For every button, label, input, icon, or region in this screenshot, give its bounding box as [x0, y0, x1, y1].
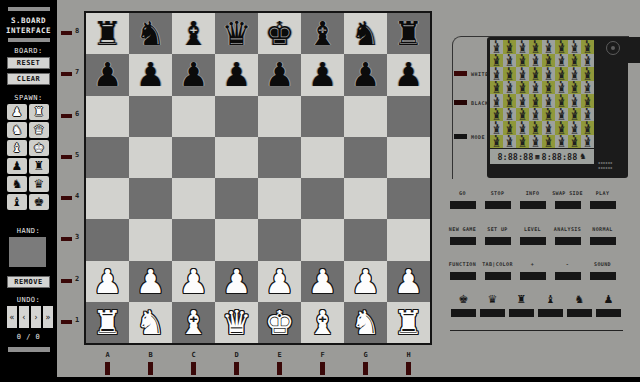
square-a6[interactable]: [86, 96, 129, 137]
black-rook: ♜: [93, 17, 123, 50]
sidebar-top-rule: [8, 7, 50, 11]
knight-button[interactable]: [567, 309, 592, 317]
lcd-cell: ▚♜: [568, 121, 581, 135]
square-b4[interactable]: [129, 178, 172, 219]
square-f8[interactable]: ♝: [301, 13, 344, 54]
white-rook: ♜: [394, 306, 424, 339]
white-pawn: ♟: [394, 265, 424, 298]
file-label-b: B: [129, 351, 172, 359]
square-f4[interactable]: [301, 178, 344, 219]
lcd-cell: ▚♜: [568, 67, 581, 81]
file-label-d: D: [215, 351, 258, 359]
white-pawn: ♟: [222, 265, 252, 298]
file-label-a: A: [86, 351, 129, 359]
square-b3[interactable]: [129, 219, 172, 260]
square-e8[interactable]: ♚: [258, 13, 301, 54]
white-pawn: ♟: [93, 265, 123, 298]
device-button-group-new-game: NEW GAME: [445, 226, 480, 245]
reset-button[interactable]: RESET: [7, 57, 50, 69]
lcd-cell: ▚♜: [581, 135, 594, 149]
file-label-c: C: [172, 351, 215, 359]
device-button-group-go: GO: [445, 190, 480, 209]
square-d8[interactable]: ♛: [215, 13, 258, 54]
lcd-cell: ▚♜: [516, 81, 529, 95]
lcd-cell: ▚♜: [516, 108, 529, 122]
lcd-cell: ▚♜: [516, 67, 529, 81]
button-label-set-up: SET UP: [487, 226, 507, 234]
rank-label-6: 6: [75, 110, 79, 118]
file-tick: [277, 362, 282, 375]
square-b6[interactable]: [129, 96, 172, 137]
lcd-cell: ▚♜: [490, 94, 503, 108]
white-pawn: ♟: [179, 265, 209, 298]
square-g7[interactable]: ♟: [344, 54, 387, 95]
spawn-black-rook-button[interactable]: ♜: [29, 158, 49, 174]
lcd-cell: ▚♜: [568, 40, 581, 54]
square-c3[interactable]: [172, 219, 215, 260]
chess-board: ♜♞♝♛♚♝♞♜♟♟♟♟♟♟♟♟♟♟♟♟♟♟♟♟♜♞♝♛♚♝♞♜: [84, 11, 432, 345]
bottom-strip: [0, 377, 640, 382]
white-pawn: ♟: [265, 265, 295, 298]
black-pawn: ♟: [93, 58, 123, 91]
hand-slot[interactable]: [9, 237, 46, 267]
lcd-cell: ▚♜: [490, 67, 503, 81]
square-f6[interactable]: [301, 96, 344, 137]
square-c1[interactable]: ♝: [172, 302, 215, 343]
square-h1[interactable]: ♜: [387, 302, 430, 343]
lcd-cell: ▚♜: [503, 135, 516, 149]
function-button[interactable]: [450, 272, 476, 280]
square-a4[interactable]: [86, 178, 129, 219]
device-button-group-info: INFO: [515, 190, 550, 209]
device-button-group-analysis: ANALYSIS: [550, 226, 585, 245]
rank-label-3: 3: [75, 233, 79, 241]
white-queen-icon: ♛: [34, 124, 45, 136]
device-button-group-minus: -: [550, 261, 585, 280]
lcd-cell: ▚♜: [542, 67, 555, 81]
lcd-cell: ▚♜: [581, 54, 594, 68]
square-d5[interactable]: [215, 137, 258, 178]
black-led: [454, 100, 467, 105]
spawn-white-knight-button[interactable]: ♞: [7, 122, 27, 138]
white-king-icon: ♚: [34, 142, 45, 154]
remove-button[interactable]: REMOVE: [7, 276, 50, 288]
device-button-group-sound: SOUND: [585, 261, 620, 280]
lcd-clock-separator-icon: ▦: [535, 153, 539, 161]
square-h8[interactable]: ♜: [387, 13, 430, 54]
lcd-cell: ▚♜: [555, 135, 568, 149]
spawn-white-queen-button[interactable]: ♛: [29, 122, 49, 138]
lcd-cell: ▚♜: [568, 94, 581, 108]
piece-button-group-queen: ♛: [478, 290, 507, 317]
sidebar-rule: [8, 38, 50, 42]
device-button-row-1: GO STOP INFO SWAP SIDE PLAY: [445, 190, 620, 209]
file-tick: [406, 362, 411, 375]
white-knight-icon: ♞: [12, 124, 23, 136]
piece-button-group-pawn: ♟: [594, 290, 623, 317]
queen-button[interactable]: [480, 309, 505, 317]
lcd-cell: ▚♜: [555, 94, 568, 108]
black-knight: ♞: [351, 17, 381, 50]
spawn-piece-grid: ♟♜♞♛♝♚♟♜♞♛♝♚: [7, 104, 49, 210]
piece-select-buttons: ♚ ♛ ♜ ♝ ♞ ♟: [449, 290, 623, 317]
black-rook-icon: ♜: [34, 160, 45, 172]
file-label-g: G: [344, 351, 387, 359]
file-tick: [363, 362, 368, 375]
white-bishop: ♝: [179, 306, 209, 339]
button-label-new-game: NEW GAME: [449, 226, 476, 234]
lcd-cell: ▚♜: [555, 108, 568, 122]
black-queen-icon: ♛: [34, 178, 45, 190]
chess-setup-app: S.BOARD INTERFACE BOARD: RESET CLEAR SPA…: [0, 0, 640, 382]
rook-button[interactable]: [509, 309, 534, 317]
lcd-cell: ▚♜: [529, 81, 542, 95]
lcd-cell: ▚♜: [529, 121, 542, 135]
square-c4[interactable]: [172, 178, 215, 219]
square-b2[interactable]: ♟: [129, 261, 172, 302]
device-button-group-function: FUNCTION: [445, 261, 480, 280]
square-f5[interactable]: [301, 137, 344, 178]
black-bishop: ♝: [308, 17, 338, 50]
info-button[interactable]: [520, 201, 546, 209]
sidebar: S.BOARD INTERFACE BOARD: RESET CLEAR SPA…: [0, 0, 57, 382]
lcd-board-display: ▚♜▚♜▚♜▚♜▚♜▚♜▚♜▚♜▚♜▚♜▚♜▚♜▚♜▚♜▚♜▚♜▚♜▚♜▚♜▚♜…: [490, 40, 594, 148]
square-d1[interactable]: ♛: [215, 302, 258, 343]
lcd-cell: ▚♜: [503, 40, 516, 54]
file-label-e: E: [258, 351, 301, 359]
lcd-cell: ▚♜: [503, 54, 516, 68]
rank-label-8: 8: [75, 27, 79, 35]
device-button-group-level: LEVEL: [515, 226, 550, 245]
lcd-cell: ▚♜: [516, 40, 529, 54]
go-button[interactable]: [450, 201, 476, 209]
speaker-dial-icon: [606, 41, 620, 55]
square-g2[interactable]: ♟: [344, 261, 387, 302]
file-tick: [191, 362, 196, 375]
square-d3[interactable]: [215, 219, 258, 260]
rank-label-7: 7: [75, 68, 79, 76]
lcd-cell: ▚♜: [503, 67, 516, 81]
lcd-cell: ▚♜: [555, 67, 568, 81]
lcd-cell: ▚♜: [555, 40, 568, 54]
set-up-button[interactable]: [485, 237, 511, 245]
button-label-normal: NORMAL: [592, 226, 612, 234]
lcd-cell: ▚♜: [503, 121, 516, 135]
white-led-label: WHITE: [471, 71, 489, 77]
lcd-clock-right: 8:88:88: [542, 152, 578, 162]
spawn-black-king-button[interactable]: ♚: [29, 194, 49, 210]
square-a1[interactable]: ♜: [86, 302, 129, 343]
device-button-group-set-up: SET UP: [480, 226, 515, 245]
lcd-cell: ▚♜: [490, 135, 503, 149]
square-d4[interactable]: [215, 178, 258, 219]
square-c5[interactable]: [172, 137, 215, 178]
piece-button-group-knight: ♞: [565, 290, 594, 317]
black-pawn: ♟: [179, 58, 209, 91]
level-button[interactable]: [520, 237, 546, 245]
white-pawn: ♟: [351, 265, 381, 298]
square-g5[interactable]: [344, 137, 387, 178]
rank-label-2: 2: [75, 275, 79, 283]
square-h3[interactable]: [387, 219, 430, 260]
white-pawn: ♟: [308, 265, 338, 298]
rank-label-4: 4: [75, 192, 79, 200]
lcd-cell: ▚♜: [529, 135, 542, 149]
file-tick: [148, 362, 153, 375]
plus-button[interactable]: [520, 272, 546, 280]
black-pawn: ♟: [136, 58, 166, 91]
square-h2[interactable]: ♟: [387, 261, 430, 302]
button-label-level: LEVEL: [524, 226, 541, 234]
spawn-white-pawn-button[interactable]: ♟: [7, 104, 27, 120]
white-bishop-icon: ♝: [12, 142, 23, 154]
lcd-clock-display: 8:88:88 ▦ 8:88:88 ♞: [490, 149, 594, 164]
white-knight: ♞: [351, 306, 381, 339]
rank-tick: [61, 196, 72, 200]
lcd-cell: ▚♜: [490, 121, 503, 135]
undo-back-button[interactable]: ‹: [19, 306, 29, 328]
lcd-cell: ▚♜: [568, 108, 581, 122]
black-pawn-icon: ♟: [12, 160, 23, 172]
square-d7[interactable]: ♟: [215, 54, 258, 95]
square-h4[interactable]: [387, 178, 430, 219]
bishop-icon: ♝: [546, 290, 556, 306]
lcd-clock-left: 8:88:88: [497, 152, 533, 162]
rook-icon: ♜: [517, 290, 527, 306]
rank-tick: [61, 155, 72, 159]
undo-counter: 0 / 0: [0, 333, 57, 341]
black-knight-icon: ♞: [12, 178, 23, 190]
mode-led: [454, 134, 467, 139]
lcd-cell: ▚♜: [568, 81, 581, 95]
black-queen: ♛: [222, 17, 252, 50]
spawn-section-label: SPAWN:: [0, 94, 57, 102]
pawn-button[interactable]: [596, 309, 621, 317]
square-f2[interactable]: ♟: [301, 261, 344, 302]
file-tick: [105, 362, 110, 375]
white-rook-icon: ♜: [34, 106, 45, 118]
tab-color-button[interactable]: [485, 272, 511, 280]
device-brand-text: ▪▪▪▪▪▪ ▪▪▪▪▪▪: [598, 160, 612, 170]
undo-section-label: UNDO:: [0, 296, 57, 304]
white-queen: ♛: [222, 306, 252, 339]
lcd-cell: ▚♜: [503, 81, 516, 95]
square-h6[interactable]: [387, 96, 430, 137]
undo-controls: « ‹ › »: [7, 306, 53, 328]
button-label-play: PLAY: [596, 190, 610, 198]
device-button-row-3: FUNCTION TAB|COLOR + - SOUND: [445, 261, 620, 280]
lcd-cell: ▚♜: [516, 54, 529, 68]
bishop-button[interactable]: [538, 309, 563, 317]
spawn-black-knight-button[interactable]: ♞: [7, 176, 27, 192]
square-c2[interactable]: ♟: [172, 261, 215, 302]
lcd-cell: ▚♜: [581, 67, 594, 81]
button-label-swap-side: SWAP SIDE: [552, 190, 583, 198]
rank-tick: [61, 320, 72, 324]
device-button-group-stop: STOP: [480, 190, 515, 209]
square-d2[interactable]: ♟: [215, 261, 258, 302]
lcd-cell: ▚♜: [542, 94, 555, 108]
button-label-minus: -: [566, 261, 569, 269]
analysis-button[interactable]: [555, 237, 581, 245]
square-b8[interactable]: ♞: [129, 13, 172, 54]
spawn-white-bishop-button[interactable]: ♝: [7, 140, 27, 156]
square-e1[interactable]: ♚: [258, 302, 301, 343]
device-button-group-normal: NORMAL: [585, 226, 620, 245]
lcd-cell: ▚♜: [516, 121, 529, 135]
square-a8[interactable]: ♜: [86, 13, 129, 54]
knight-icon: ♞: [575, 290, 585, 306]
button-label-sound: SOUND: [594, 261, 611, 269]
undo-first-button[interactable]: «: [7, 306, 17, 328]
normal-button[interactable]: [590, 237, 616, 245]
king-button[interactable]: [451, 309, 476, 317]
lcd-cell: ▚♜: [581, 94, 594, 108]
square-g3[interactable]: [344, 219, 387, 260]
board-section-label: BOARD:: [0, 47, 57, 55]
redo-last-button[interactable]: »: [43, 306, 53, 328]
device-button-group-play: PLAY: [585, 190, 620, 209]
black-knight: ♞: [136, 17, 166, 50]
king-icon: ♚: [459, 290, 469, 306]
square-g8[interactable]: ♞: [344, 13, 387, 54]
square-f7[interactable]: ♟: [301, 54, 344, 95]
lcd-knight-cursor-icon: ♞: [579, 152, 586, 161]
square-a5[interactable]: [86, 137, 129, 178]
device-button-group-tab-color: TAB|COLOR: [480, 261, 515, 280]
lcd-cell: ▚♜: [490, 40, 503, 54]
spawn-black-queen-button[interactable]: ♛: [29, 176, 49, 192]
lcd-cell: ▚♜: [581, 40, 594, 54]
square-h5[interactable]: [387, 137, 430, 178]
square-a2[interactable]: ♟: [86, 261, 129, 302]
square-h7[interactable]: ♟: [387, 54, 430, 95]
lcd-cell: ▚♜: [542, 135, 555, 149]
lcd-cell: ▚♜: [529, 67, 542, 81]
lcd-cell: ▚♜: [542, 108, 555, 122]
lcd-cell: ▚♜: [542, 54, 555, 68]
device-button-row-2: NEW GAME SET UP LEVEL ANALYSIS NORMAL: [445, 226, 620, 245]
lcd-cell: ▚♜: [529, 94, 542, 108]
redo-forward-button[interactable]: ›: [31, 306, 41, 328]
file-label-h: H: [387, 351, 430, 359]
lcd-cell: ▚♜: [542, 40, 555, 54]
square-e6[interactable]: [258, 96, 301, 137]
file-tick: [234, 362, 239, 375]
white-pawn-icon: ♟: [12, 106, 23, 118]
button-label-analysis: ANALYSIS: [554, 226, 581, 234]
square-f1[interactable]: ♝: [301, 302, 344, 343]
lcd-cell: ▚♜: [490, 108, 503, 122]
square-e3[interactable]: [258, 219, 301, 260]
square-a3[interactable]: [86, 219, 129, 260]
rank-tick: [61, 237, 72, 241]
black-pawn: ♟: [351, 58, 381, 91]
square-f3[interactable]: [301, 219, 344, 260]
lcd-cell: ▚♜: [581, 81, 594, 95]
black-led-label: BLACK: [471, 100, 489, 106]
piece-button-group-rook: ♜: [507, 290, 536, 317]
sound-button[interactable]: [590, 272, 616, 280]
spawn-black-pawn-button[interactable]: ♟: [7, 158, 27, 174]
lcd-cell: ▚♜: [581, 121, 594, 135]
black-king: ♚: [265, 17, 295, 50]
rank-tick: [61, 279, 72, 283]
square-g4[interactable]: [344, 178, 387, 219]
square-d6[interactable]: [215, 96, 258, 137]
square-b7[interactable]: ♟: [129, 54, 172, 95]
lcd-cell: ▚♜: [490, 81, 503, 95]
rank-tick: [61, 31, 72, 35]
lcd-cell: ▚♜: [529, 40, 542, 54]
file-label-f: F: [301, 351, 344, 359]
minus-button[interactable]: [555, 272, 581, 280]
rank-label-1: 1: [75, 316, 79, 324]
square-e5[interactable]: [258, 137, 301, 178]
black-pawn: ♟: [265, 58, 295, 91]
lcd-cell: ▚♜: [555, 81, 568, 95]
spawn-white-rook-button[interactable]: ♜: [29, 104, 49, 120]
lcd-cell: ▚♜: [503, 108, 516, 122]
hand-section-label: HAND:: [0, 227, 57, 235]
piece-button-group-king: ♚: [449, 290, 478, 317]
black-rook: ♜: [394, 17, 424, 50]
spawn-black-bishop-button[interactable]: ♝: [7, 194, 27, 210]
white-pawn: ♟: [136, 265, 166, 298]
white-rook: ♜: [93, 306, 123, 339]
rank-tick: [61, 114, 72, 118]
square-e4[interactable]: [258, 178, 301, 219]
button-label-stop: STOP: [491, 190, 505, 198]
square-g6[interactable]: [344, 96, 387, 137]
square-b1[interactable]: ♞: [129, 302, 172, 343]
square-c6[interactable]: [172, 96, 215, 137]
square-e7[interactable]: ♟: [258, 54, 301, 95]
square-g1[interactable]: ♞: [344, 302, 387, 343]
black-bishop: ♝: [179, 17, 209, 50]
black-pawn: ♟: [308, 58, 338, 91]
mode-led-label: MODE: [471, 134, 485, 140]
button-label-function: FUNCTION: [449, 261, 476, 269]
play-button[interactable]: [590, 201, 616, 209]
white-led: [454, 71, 467, 76]
lcd-cell: ▚♜: [529, 54, 542, 68]
square-e2[interactable]: ♟: [258, 261, 301, 302]
lcd-cell: ▚♜: [568, 54, 581, 68]
square-b5[interactable]: [129, 137, 172, 178]
lcd-cell: ▚♜: [529, 108, 542, 122]
app-title-line2: INTERFACE: [0, 26, 57, 35]
spawn-white-king-button[interactable]: ♚: [29, 140, 49, 156]
square-a7[interactable]: ♟: [86, 54, 129, 95]
lcd-cell: ▚♜: [516, 135, 529, 149]
square-c8[interactable]: ♝: [172, 13, 215, 54]
lcd-cell: ▚♜: [581, 108, 594, 122]
new-game-button[interactable]: [450, 237, 476, 245]
clear-button[interactable]: CLEAR: [7, 73, 50, 85]
square-c7[interactable]: ♟: [172, 54, 215, 95]
black-pawn: ♟: [394, 58, 424, 91]
device-button-group-swap-side: SWAP SIDE: [550, 190, 585, 209]
lcd-cell: ▚♜: [568, 135, 581, 149]
file-tick: [320, 362, 325, 375]
white-knight: ♞: [136, 306, 166, 339]
lcd-cell: ▚♜: [542, 121, 555, 135]
stop-button[interactable]: [485, 201, 511, 209]
lcd-cell: ▚♜: [555, 121, 568, 135]
swap-side-button[interactable]: [555, 201, 581, 209]
button-label-tab-color: TAB|COLOR: [482, 261, 513, 269]
